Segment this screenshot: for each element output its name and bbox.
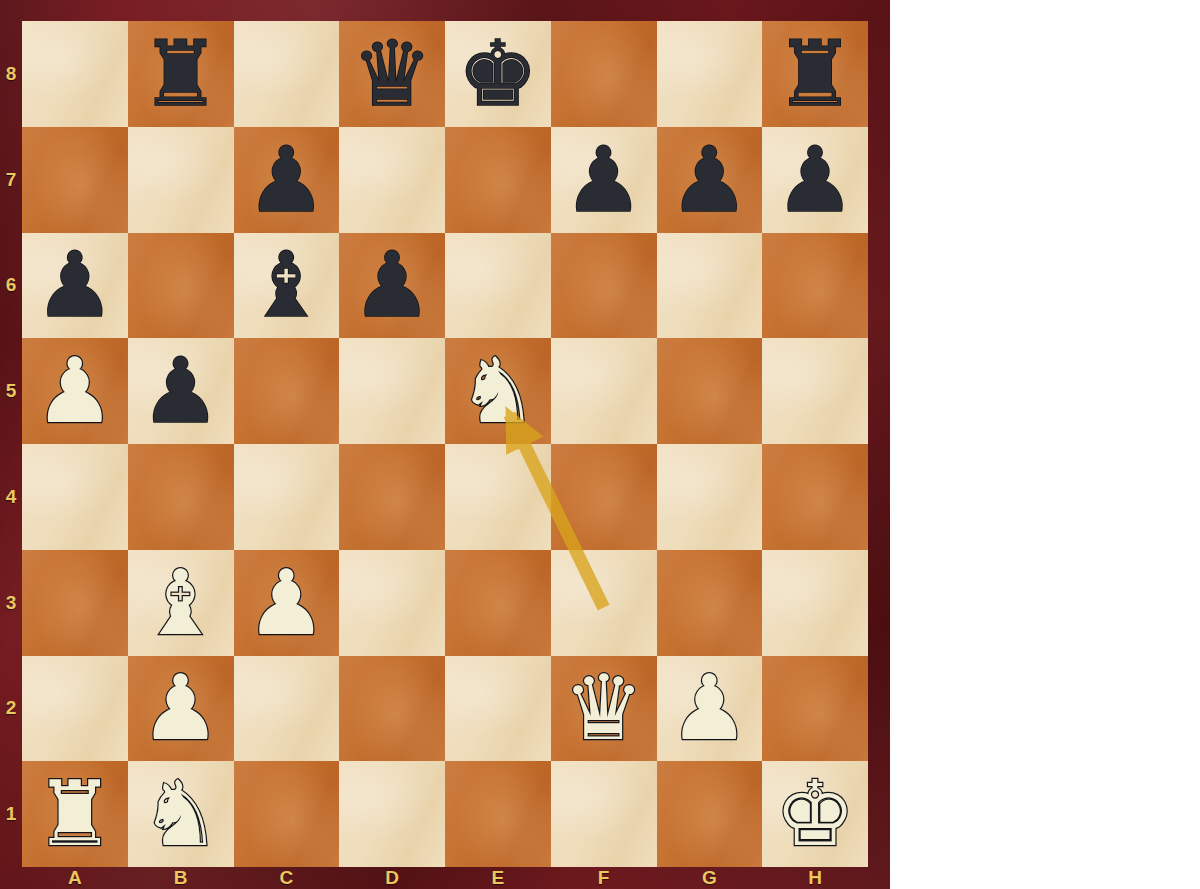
square-a4[interactable]	[22, 444, 128, 550]
square-c6[interactable]: ♝	[234, 233, 340, 339]
square-e7[interactable]	[445, 127, 551, 233]
square-d8[interactable]: ♛	[339, 21, 445, 127]
square-b6[interactable]	[128, 233, 234, 339]
square-g7[interactable]: ♟	[657, 127, 763, 233]
square-h8[interactable]: ♜	[762, 21, 868, 127]
piece-white-king: ♚	[775, 769, 856, 859]
square-g3[interactable]	[657, 550, 763, 656]
piece-white-knight: ♞	[140, 769, 221, 859]
square-b7[interactable]	[128, 127, 234, 233]
rank-label-5: 5	[0, 338, 22, 444]
piece-white-rook: ♜	[35, 769, 116, 859]
square-f8[interactable]	[551, 21, 657, 127]
piece-white-pawn: ♟	[35, 346, 116, 436]
square-c4[interactable]	[234, 444, 340, 550]
rank-label-7: 7	[0, 127, 22, 233]
square-f4[interactable]	[551, 444, 657, 550]
board-frame: ♜♛♚♜♟♟♟♟♟♝♟♟♟♞♝♟♟♛♟♜♞♚ 87654321 ABCDEFGH	[0, 0, 890, 889]
piece-black-pawn: ♟	[352, 240, 433, 330]
file-label-b: B	[128, 867, 234, 889]
square-f6[interactable]	[551, 233, 657, 339]
square-c2[interactable]	[234, 656, 340, 762]
square-h2[interactable]	[762, 656, 868, 762]
square-h6[interactable]	[762, 233, 868, 339]
square-f1[interactable]	[551, 761, 657, 867]
square-b1[interactable]: ♞	[128, 761, 234, 867]
piece-black-pawn: ♟	[563, 135, 644, 225]
piece-white-pawn: ♟	[246, 558, 327, 648]
piece-white-bishop: ♝	[140, 558, 221, 648]
square-h5[interactable]	[762, 338, 868, 444]
file-label-f: F	[551, 867, 657, 889]
square-b2[interactable]: ♟	[128, 656, 234, 762]
square-a6[interactable]: ♟	[22, 233, 128, 339]
square-h3[interactable]	[762, 550, 868, 656]
rank-label-8: 8	[0, 21, 22, 127]
square-f5[interactable]	[551, 338, 657, 444]
square-d4[interactable]	[339, 444, 445, 550]
square-f7[interactable]: ♟	[551, 127, 657, 233]
file-label-e: E	[445, 867, 551, 889]
rank-labels: 87654321	[0, 21, 22, 867]
piece-black-king: ♚	[458, 29, 539, 119]
square-h4[interactable]	[762, 444, 868, 550]
piece-black-rook: ♜	[140, 29, 221, 119]
file-labels: ABCDEFGH	[22, 867, 868, 889]
piece-black-rook: ♜	[775, 29, 856, 119]
piece-white-pawn: ♟	[140, 663, 221, 753]
square-e8[interactable]: ♚	[445, 21, 551, 127]
square-a1[interactable]: ♜	[22, 761, 128, 867]
piece-black-bishop: ♝	[246, 240, 327, 330]
piece-black-pawn: ♟	[35, 240, 116, 330]
square-c8[interactable]	[234, 21, 340, 127]
square-a5[interactable]: ♟	[22, 338, 128, 444]
square-b5[interactable]: ♟	[128, 338, 234, 444]
square-e2[interactable]	[445, 656, 551, 762]
piece-white-pawn: ♟	[669, 663, 750, 753]
square-g8[interactable]	[657, 21, 763, 127]
square-e3[interactable]	[445, 550, 551, 656]
square-d5[interactable]	[339, 338, 445, 444]
square-e1[interactable]	[445, 761, 551, 867]
piece-black-queen: ♛	[352, 29, 433, 119]
rank-label-6: 6	[0, 233, 22, 339]
square-g5[interactable]	[657, 338, 763, 444]
file-label-h: H	[762, 867, 868, 889]
square-d6[interactable]: ♟	[339, 233, 445, 339]
square-g6[interactable]	[657, 233, 763, 339]
file-label-a: A	[22, 867, 128, 889]
chess-board: ♜♛♚♜♟♟♟♟♟♝♟♟♟♞♝♟♟♛♟♜♞♚	[22, 21, 868, 867]
piece-black-pawn: ♟	[246, 135, 327, 225]
square-g2[interactable]: ♟	[657, 656, 763, 762]
rank-label-2: 2	[0, 656, 22, 762]
piece-black-pawn: ♟	[140, 346, 221, 436]
square-b3[interactable]: ♝	[128, 550, 234, 656]
square-e5[interactable]: ♞	[445, 338, 551, 444]
square-f2[interactable]: ♛	[551, 656, 657, 762]
square-c3[interactable]: ♟	[234, 550, 340, 656]
square-a3[interactable]	[22, 550, 128, 656]
square-h7[interactable]: ♟	[762, 127, 868, 233]
square-c5[interactable]	[234, 338, 340, 444]
square-a7[interactable]	[22, 127, 128, 233]
rank-label-1: 1	[0, 761, 22, 867]
square-g4[interactable]	[657, 444, 763, 550]
piece-white-knight: ♞	[458, 346, 539, 436]
square-b8[interactable]: ♜	[128, 21, 234, 127]
square-g1[interactable]	[657, 761, 763, 867]
piece-white-queen: ♛	[563, 663, 644, 753]
file-label-d: D	[339, 867, 445, 889]
square-e4[interactable]	[445, 444, 551, 550]
square-c7[interactable]: ♟	[234, 127, 340, 233]
file-label-g: G	[657, 867, 763, 889]
square-a2[interactable]	[22, 656, 128, 762]
square-h1[interactable]: ♚	[762, 761, 868, 867]
square-b4[interactable]	[128, 444, 234, 550]
rank-label-4: 4	[0, 444, 22, 550]
file-label-c: C	[234, 867, 340, 889]
square-e6[interactable]	[445, 233, 551, 339]
square-a8[interactable]	[22, 21, 128, 127]
page: { "game": "chess", "position": "1r1qk2r/…	[0, 0, 1200, 889]
piece-black-pawn: ♟	[775, 135, 856, 225]
square-d1[interactable]	[339, 761, 445, 867]
rank-label-3: 3	[0, 550, 22, 656]
square-d7[interactable]	[339, 127, 445, 233]
square-c1[interactable]	[234, 761, 340, 867]
square-d2[interactable]	[339, 656, 445, 762]
square-f3[interactable]	[551, 550, 657, 656]
piece-black-pawn: ♟	[669, 135, 750, 225]
square-d3[interactable]	[339, 550, 445, 656]
